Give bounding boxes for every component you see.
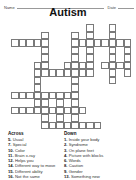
grid-cell[interactable] bbox=[124, 39, 132, 47]
grid-cell[interactable] bbox=[34, 107, 42, 115]
grid-cell[interactable] bbox=[11, 39, 19, 47]
grid-cell[interactable] bbox=[56, 114, 64, 122]
grid-cell[interactable] bbox=[71, 77, 79, 85]
grid-cell[interactable] bbox=[71, 99, 79, 107]
grid-cell[interactable] bbox=[41, 122, 49, 130]
grid-cell[interactable] bbox=[41, 32, 49, 40]
grid-cell[interactable] bbox=[109, 54, 117, 62]
grid-cell[interactable] bbox=[109, 24, 117, 32]
grid-cell[interactable] bbox=[26, 39, 34, 47]
grid-cell[interactable] bbox=[79, 122, 87, 130]
grid-cell[interactable] bbox=[71, 32, 79, 40]
grid-cell[interactable] bbox=[79, 39, 87, 47]
across-clue-list: Across 5. Usual7. Special10. Color11. Br… bbox=[8, 131, 60, 179]
clue-item: 16. Not the same bbox=[8, 174, 60, 179]
grid-cell[interactable] bbox=[86, 54, 94, 62]
grid-cell[interactable] bbox=[56, 92, 64, 100]
grid-cell[interactable] bbox=[11, 107, 19, 115]
grid-cell[interactable] bbox=[79, 107, 87, 115]
grid-cell[interactable] bbox=[41, 54, 49, 62]
grid-cell[interactable] bbox=[71, 114, 79, 122]
grid-cell[interactable] bbox=[56, 69, 64, 77]
grid-cell[interactable] bbox=[94, 122, 102, 130]
grid-cell[interactable] bbox=[124, 54, 132, 62]
grid-cell[interactable] bbox=[109, 77, 117, 85]
grid-cell[interactable] bbox=[86, 39, 94, 47]
grid-cell[interactable] bbox=[71, 62, 79, 70]
grid-cell[interactable] bbox=[41, 107, 49, 115]
grid-cell[interactable] bbox=[124, 69, 132, 77]
down-clue-list: Down 1. Inside your body2. Syndrome3. On… bbox=[64, 131, 134, 179]
grid-cell[interactable] bbox=[41, 114, 49, 122]
grid-cell[interactable] bbox=[56, 122, 64, 130]
grid-cell[interactable] bbox=[64, 92, 72, 100]
grid-cell[interactable] bbox=[11, 92, 19, 100]
grid-cell[interactable] bbox=[79, 62, 87, 70]
grid-cell[interactable] bbox=[34, 39, 42, 47]
grid-cell[interactable] bbox=[86, 32, 94, 40]
grid-cell[interactable] bbox=[109, 69, 117, 77]
grid-cell[interactable] bbox=[64, 122, 72, 130]
grid-cell[interactable] bbox=[41, 39, 49, 47]
grid-cell[interactable] bbox=[41, 99, 49, 107]
grid-cell[interactable] bbox=[124, 62, 132, 70]
grid-cell[interactable] bbox=[109, 47, 117, 55]
grid-cell[interactable] bbox=[34, 62, 42, 70]
grid-cell[interactable] bbox=[109, 32, 117, 40]
grid-cell[interactable] bbox=[41, 62, 49, 70]
clue-item: 13. Something new bbox=[64, 174, 134, 179]
grid-cell[interactable] bbox=[79, 69, 87, 77]
grid-cell[interactable] bbox=[56, 99, 64, 107]
grid-cell[interactable] bbox=[34, 69, 42, 77]
grid-cell[interactable] bbox=[86, 62, 94, 70]
grid-cell[interactable] bbox=[71, 107, 79, 115]
grid-cell[interactable] bbox=[71, 47, 79, 55]
grid-cell[interactable] bbox=[41, 47, 49, 55]
grid-cell[interactable] bbox=[71, 92, 79, 100]
grid-cell[interactable] bbox=[41, 69, 49, 77]
grid-cell[interactable] bbox=[49, 69, 57, 77]
grid-cell[interactable] bbox=[49, 92, 57, 100]
grid-cell[interactable] bbox=[86, 69, 94, 77]
grid-cell[interactable] bbox=[41, 92, 49, 100]
grid-cell[interactable] bbox=[71, 39, 79, 47]
clue-item: 14. Different way to move bbox=[8, 163, 60, 168]
grid-cell[interactable] bbox=[101, 39, 109, 47]
grid-cell[interactable] bbox=[34, 84, 42, 92]
grid-cell[interactable] bbox=[64, 62, 72, 70]
grid-cell[interactable] bbox=[34, 92, 42, 100]
grid-cell[interactable] bbox=[86, 122, 94, 130]
grid-cell[interactable] bbox=[64, 69, 72, 77]
grid-cell[interactable] bbox=[71, 122, 79, 130]
grid-cell[interactable] bbox=[71, 69, 79, 77]
grid-cell[interactable] bbox=[26, 92, 34, 100]
grid-cell[interactable] bbox=[109, 62, 117, 70]
grid-cell[interactable] bbox=[109, 39, 117, 47]
grid-cell[interactable] bbox=[34, 77, 42, 85]
grid-cell[interactable] bbox=[49, 122, 57, 130]
grid-cell[interactable] bbox=[19, 107, 27, 115]
grid-cell[interactable] bbox=[56, 107, 64, 115]
grid-cell[interactable] bbox=[101, 62, 109, 70]
grid-cell[interactable] bbox=[116, 39, 124, 47]
grid-cell[interactable] bbox=[94, 39, 102, 47]
grid-cell[interactable] bbox=[71, 54, 79, 62]
grid-cell[interactable] bbox=[86, 47, 94, 55]
grid-cell[interactable] bbox=[116, 62, 124, 70]
down-header: Down bbox=[64, 131, 134, 137]
grid-cell[interactable] bbox=[71, 84, 79, 92]
grid-cell[interactable] bbox=[49, 107, 57, 115]
puzzle-title: Autism bbox=[0, 6, 136, 18]
grid-cell[interactable] bbox=[124, 47, 132, 55]
grid-cell[interactable] bbox=[34, 99, 42, 107]
grid-cell[interactable] bbox=[19, 92, 27, 100]
clue-lists: Across 5. Usual7. Special10. Color11. Br… bbox=[8, 131, 136, 179]
grid-cell[interactable] bbox=[64, 107, 72, 115]
across-header: Across bbox=[8, 131, 60, 137]
grid-cell[interactable] bbox=[26, 107, 34, 115]
grid-cell[interactable] bbox=[86, 24, 94, 32]
grid-cell[interactable] bbox=[19, 39, 27, 47]
